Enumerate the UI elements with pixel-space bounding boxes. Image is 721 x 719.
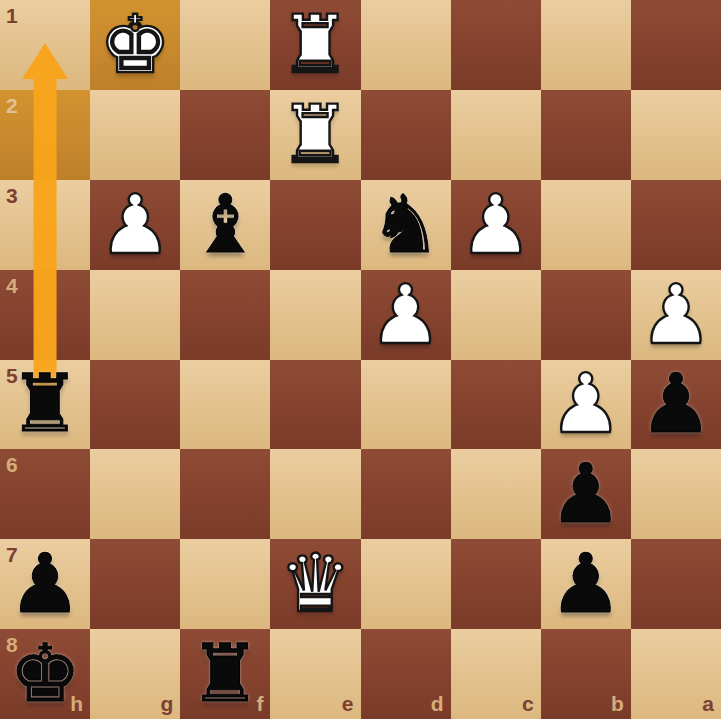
square-f6[interactable] xyxy=(180,449,270,539)
square-a6[interactable] xyxy=(631,449,721,539)
square-e1[interactable]: ♜ xyxy=(270,0,360,90)
square-a5[interactable]: ♟ xyxy=(631,360,721,450)
square-a1[interactable] xyxy=(631,0,721,90)
square-g7[interactable] xyxy=(90,539,180,629)
piece-slot-b6: ♟ xyxy=(541,449,631,539)
square-c2[interactable] xyxy=(451,90,541,180)
square-g2[interactable] xyxy=(90,90,180,180)
piece-black-rook-f8[interactable]: ♜ xyxy=(180,629,270,719)
square-b8[interactable]: b xyxy=(541,629,631,719)
square-d2[interactable] xyxy=(361,90,451,180)
piece-slot-f8: ♜ xyxy=(180,629,270,719)
square-g6[interactable] xyxy=(90,449,180,539)
square-h1[interactable]: 1 xyxy=(0,0,90,90)
file-label-c: c xyxy=(522,693,534,714)
file-label-a: a xyxy=(702,693,714,714)
piece-white-king-g1[interactable]: ♚ xyxy=(90,0,180,90)
square-b2[interactable] xyxy=(541,90,631,180)
file-label-d: d xyxy=(431,693,444,714)
square-c8[interactable]: c xyxy=(451,629,541,719)
square-h3[interactable]: 3 xyxy=(0,180,90,270)
rank-label-4: 4 xyxy=(6,275,18,296)
square-d1[interactable] xyxy=(361,0,451,90)
square-a4[interactable]: ♟ xyxy=(631,270,721,360)
square-c4[interactable] xyxy=(451,270,541,360)
square-h7[interactable]: 7♟ xyxy=(0,539,90,629)
piece-white-pawn-d4[interactable]: ♟ xyxy=(361,270,451,360)
square-g1[interactable]: ♚ xyxy=(90,0,180,90)
piece-slot-e1: ♜ xyxy=(270,0,360,90)
piece-black-bishop-f3[interactable]: ♝ xyxy=(180,180,270,270)
square-d7[interactable] xyxy=(361,539,451,629)
piece-slot-e7: ♛ xyxy=(270,539,360,629)
piece-white-pawn-a4[interactable]: ♟ xyxy=(631,270,721,360)
square-d3[interactable]: ♞ xyxy=(361,180,451,270)
rank-label-6: 6 xyxy=(6,454,18,475)
square-f7[interactable] xyxy=(180,539,270,629)
piece-slot-h5: ♜ xyxy=(0,360,90,450)
piece-black-knight-d3[interactable]: ♞ xyxy=(361,180,451,270)
square-f4[interactable] xyxy=(180,270,270,360)
square-e4[interactable] xyxy=(270,270,360,360)
square-c1[interactable] xyxy=(451,0,541,90)
piece-white-pawn-c3[interactable]: ♟ xyxy=(451,180,541,270)
square-a3[interactable] xyxy=(631,180,721,270)
square-d4[interactable]: ♟ xyxy=(361,270,451,360)
square-b7[interactable]: ♟ xyxy=(541,539,631,629)
square-f5[interactable] xyxy=(180,360,270,450)
square-c3[interactable]: ♟ xyxy=(451,180,541,270)
square-b3[interactable] xyxy=(541,180,631,270)
piece-slot-a4: ♟ xyxy=(631,270,721,360)
file-label-b: b xyxy=(611,693,624,714)
file-label-g: g xyxy=(160,693,173,714)
piece-white-rook-e1[interactable]: ♜ xyxy=(270,0,360,90)
square-g5[interactable] xyxy=(90,360,180,450)
piece-white-queen-e7[interactable]: ♛ xyxy=(270,539,360,629)
square-g3[interactable]: ♟ xyxy=(90,180,180,270)
piece-black-pawn-a5[interactable]: ♟ xyxy=(631,359,721,449)
square-f8[interactable]: f♜ xyxy=(180,629,270,719)
piece-black-pawn-b7[interactable]: ♟ xyxy=(541,539,631,629)
chess-board-screenshot: 1♚♜2♜3♟♝♞♟4♟♟5♜♟♟6♟7♟♛♟8h♚gf♜edcba xyxy=(0,0,721,719)
square-g8[interactable]: g xyxy=(90,629,180,719)
square-h8[interactable]: 8h♚ xyxy=(0,629,90,719)
piece-slot-h7: ♟ xyxy=(0,539,90,629)
square-a7[interactable] xyxy=(631,539,721,629)
piece-slot-h8: ♚ xyxy=(0,629,90,719)
chess-board: 1♚♜2♜3♟♝♞♟4♟♟5♜♟♟6♟7♟♛♟8h♚gf♜edcba xyxy=(0,0,721,719)
square-f2[interactable] xyxy=(180,90,270,180)
square-h6[interactable]: 6 xyxy=(0,449,90,539)
piece-black-pawn-b6[interactable]: ♟ xyxy=(541,449,631,539)
square-b5[interactable]: ♟ xyxy=(541,360,631,450)
rank-label-1: 1 xyxy=(6,5,18,26)
piece-white-pawn-g3[interactable]: ♟ xyxy=(90,180,180,270)
square-e2[interactable]: ♜ xyxy=(270,90,360,180)
piece-slot-d3: ♞ xyxy=(361,180,451,270)
square-c5[interactable] xyxy=(451,360,541,450)
square-b1[interactable] xyxy=(541,0,631,90)
piece-white-rook-e2[interactable]: ♜ xyxy=(270,90,360,180)
square-e3[interactable] xyxy=(270,180,360,270)
square-h5[interactable]: 5♜ xyxy=(0,360,90,450)
square-e5[interactable] xyxy=(270,360,360,450)
piece-slot-e2: ♜ xyxy=(270,90,360,180)
square-h2[interactable]: 2 xyxy=(0,90,90,180)
square-d5[interactable] xyxy=(361,360,451,450)
square-a8[interactable]: a xyxy=(631,629,721,719)
square-c7[interactable] xyxy=(451,539,541,629)
piece-slot-f3: ♝ xyxy=(180,180,270,270)
rank-label-3: 3 xyxy=(6,185,18,206)
square-b6[interactable]: ♟ xyxy=(541,449,631,539)
square-b4[interactable] xyxy=(541,270,631,360)
square-a2[interactable] xyxy=(631,90,721,180)
square-h4[interactable]: 4 xyxy=(0,270,90,360)
piece-slot-d4: ♟ xyxy=(361,270,451,360)
square-c6[interactable] xyxy=(451,449,541,539)
piece-slot-a5: ♟ xyxy=(631,360,721,450)
rank-label-2: 2 xyxy=(6,95,18,116)
piece-slot-g3: ♟ xyxy=(90,180,180,270)
piece-black-pawn-h7[interactable]: ♟ xyxy=(0,539,90,629)
square-e7[interactable]: ♛ xyxy=(270,539,360,629)
piece-slot-b5: ♟ xyxy=(541,360,631,450)
square-e8[interactable]: e xyxy=(270,629,360,719)
piece-white-pawn-b5[interactable]: ♟ xyxy=(541,359,631,449)
square-d6[interactable] xyxy=(361,449,451,539)
piece-black-king-h8[interactable]: ♚ xyxy=(0,629,90,719)
square-g4[interactable] xyxy=(90,270,180,360)
piece-slot-g1: ♚ xyxy=(90,0,180,90)
piece-slot-b7: ♟ xyxy=(541,539,631,629)
square-f3[interactable]: ♝ xyxy=(180,180,270,270)
file-label-e: e xyxy=(342,693,354,714)
square-e6[interactable] xyxy=(270,449,360,539)
piece-black-rook-h5[interactable]: ♜ xyxy=(0,359,90,449)
square-d8[interactable]: d xyxy=(361,629,451,719)
piece-slot-c3: ♟ xyxy=(451,180,541,270)
square-f1[interactable] xyxy=(180,0,270,90)
